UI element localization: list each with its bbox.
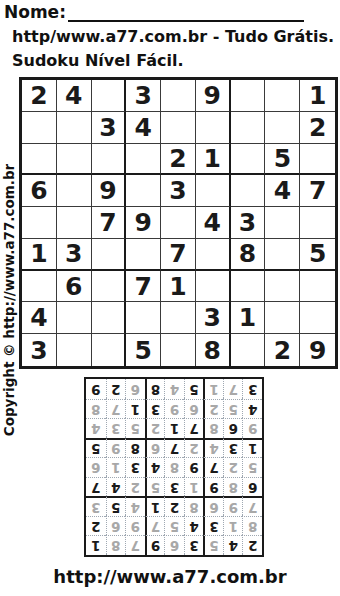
solution-cell-r9c7: 6	[125, 379, 145, 399]
puzzle-cell-r5c8[interactable]	[265, 207, 300, 239]
puzzle-cell-r6c7[interactable]: 8	[231, 239, 266, 271]
puzzle-cell-r6c3[interactable]	[92, 239, 127, 271]
solution-cell-r3c9: 3	[86, 496, 106, 516]
solution-cell-r3c3: 6	[203, 496, 223, 516]
solution-cell-r2c9: 2	[86, 516, 106, 536]
puzzle-cell-r6c2[interactable]: 3	[57, 239, 92, 271]
solution-cell-r7c3: 8	[203, 418, 223, 438]
puzzle-cell-r3c2[interactable]	[57, 144, 92, 176]
puzzle-cell-r1c8[interactable]	[265, 80, 300, 112]
solution-cell-r8c5: 9	[164, 399, 184, 419]
solution-cell-r1c3: 5	[203, 535, 223, 555]
solution-cell-r8c7: 1	[125, 399, 145, 419]
footer-url: http://www.a77.com.br	[0, 566, 340, 587]
solution-cell-r5c9: 6	[86, 457, 106, 477]
solution-cell-r9c6: 8	[145, 379, 165, 399]
solution-cell-r8c6: 3	[145, 399, 165, 419]
puzzle-cell-r7c1[interactable]	[22, 271, 57, 303]
name-blank-line[interactable]	[68, 4, 304, 22]
solution-cell-r9c4: 5	[184, 379, 204, 399]
puzzle-cell-r7c6[interactable]	[196, 271, 231, 303]
solution-cell-r5c4: 9	[184, 457, 204, 477]
solution-cell-r7c5: 1	[164, 418, 184, 438]
solution-cell-r6c2: 3	[223, 438, 243, 458]
puzzle-cell-r5c4[interactable]: 9	[126, 207, 161, 239]
solution-cell-r5c6: 4	[145, 457, 165, 477]
solution-cell-r9c2: 7	[223, 379, 243, 399]
puzzle-cell-r9c3[interactable]	[92, 334, 127, 366]
solution-cell-r6c4: 2	[184, 438, 204, 458]
puzzle-cell-r8c5[interactable]	[161, 302, 196, 334]
solution-cell-r4c8: 4	[106, 477, 126, 497]
puzzle-cell-r3c6[interactable]: 1	[196, 144, 231, 176]
solution-cell-r3c8: 5	[106, 496, 126, 516]
solution-cell-r8c2: 5	[223, 399, 243, 419]
solution-cell-r3c7: 4	[125, 496, 145, 516]
solution-cell-r4c5: 3	[164, 477, 184, 497]
solution-cell-r4c6: 5	[145, 477, 165, 497]
puzzle-cell-r9c1[interactable]: 3	[22, 334, 57, 366]
solution-cell-r6c1: 1	[242, 438, 262, 458]
puzzle-cell-r3c9[interactable]	[300, 144, 335, 176]
puzzle-cell-r8c7[interactable]: 1	[231, 302, 266, 334]
solution-key-grid: 2453697818134579627968214536891352475279…	[84, 377, 264, 557]
puzzle-cell-r6c5[interactable]: 7	[161, 239, 196, 271]
puzzle-cell-r8c8[interactable]	[265, 302, 300, 334]
puzzle-cell-r3c5[interactable]: 2	[161, 144, 196, 176]
puzzle-cell-r6c1[interactable]: 1	[22, 239, 57, 271]
solution-cell-r1c8: 8	[106, 535, 126, 555]
solution-cell-r5c3: 7	[203, 457, 223, 477]
solution-cell-r7c4: 7	[184, 418, 204, 438]
puzzle-cell-r9c8[interactable]: 2	[265, 334, 300, 366]
puzzle-cell-r2c6[interactable]	[196, 112, 231, 144]
puzzle-cell-r7c5[interactable]: 1	[161, 271, 196, 303]
name-row: Nome:	[4, 3, 304, 22]
puzzle-cell-r5c9[interactable]	[300, 207, 335, 239]
puzzle-cell-r1c1[interactable]: 2	[22, 80, 57, 112]
puzzle-cell-r6c8[interactable]	[265, 239, 300, 271]
puzzle-cell-r7c8[interactable]	[265, 271, 300, 303]
puzzle-cell-r8c9[interactable]	[300, 302, 335, 334]
solution-cell-r2c8: 6	[106, 516, 126, 536]
solution-cell-r5c1: 5	[242, 457, 262, 477]
puzzle-cell-r7c3[interactable]	[92, 271, 127, 303]
solution-cell-r1c1: 2	[242, 535, 262, 555]
solution-cell-r9c3: 1	[203, 379, 223, 399]
puzzle-cell-r1c6[interactable]: 9	[196, 80, 231, 112]
puzzle-cell-r9c5[interactable]	[161, 334, 196, 366]
puzzle-cell-r3c8[interactable]: 5	[265, 144, 300, 176]
solution-cell-r1c2: 4	[223, 535, 243, 555]
solution-cell-r2c2: 1	[223, 516, 243, 536]
puzzle-cell-r5c6[interactable]: 4	[196, 207, 231, 239]
solution-cell-r3c6: 1	[145, 496, 165, 516]
solution-cell-r9c5: 4	[164, 379, 184, 399]
solution-cell-r4c9: 7	[86, 477, 106, 497]
puzzle-cell-r8c6[interactable]: 3	[196, 302, 231, 334]
puzzle-cell-r2c9[interactable]: 2	[300, 112, 335, 144]
solution-cell-r9c9: 9	[86, 379, 106, 399]
solution-cell-r1c6: 9	[145, 535, 165, 555]
solution-cell-r1c4: 3	[184, 535, 204, 555]
solution-cell-r3c5: 2	[164, 496, 184, 516]
puzzle-cell-r8c1[interactable]: 4	[22, 302, 57, 334]
solution-cell-r6c8: 9	[106, 438, 126, 458]
solution-cell-r1c9: 1	[86, 535, 106, 555]
puzzle-cell-r4c4[interactable]	[126, 175, 161, 207]
puzzle-cell-r4c2[interactable]	[57, 175, 92, 207]
puzzle-cell-r5c1[interactable]	[22, 207, 57, 239]
solution-cell-r2c5: 5	[164, 516, 184, 536]
puzzle-cell-r5c5[interactable]	[161, 207, 196, 239]
puzzle-cell-r3c1[interactable]	[22, 144, 57, 176]
puzzle-cell-r8c2[interactable]	[57, 302, 92, 334]
puzzle-cell-r6c6[interactable]	[196, 239, 231, 271]
solution-cell-r4c1: 6	[242, 477, 262, 497]
puzzle-cell-r3c7[interactable]	[231, 144, 266, 176]
puzzle-cell-r4c3[interactable]: 9	[92, 175, 127, 207]
solution-cell-r8c9: 8	[86, 399, 106, 419]
puzzle-cell-r1c2[interactable]: 4	[57, 80, 92, 112]
puzzle-cell-r5c7[interactable]: 3	[231, 207, 266, 239]
solution-cell-r6c5: 7	[164, 438, 184, 458]
main-sudoku-grid: 243913422156934779431378567143135829	[19, 77, 338, 369]
puzzle-cell-r2c1[interactable]	[22, 112, 57, 144]
puzzle-cell-r6c9[interactable]: 5	[300, 239, 335, 271]
puzzle-cell-r1c3[interactable]	[92, 80, 127, 112]
name-label: Nome:	[4, 3, 66, 22]
puzzle-cell-r7c9[interactable]	[300, 271, 335, 303]
solution-cell-r5c7: 3	[125, 457, 145, 477]
puzzle-cell-r5c3[interactable]: 7	[92, 207, 127, 239]
solution-cell-r7c7: 5	[125, 418, 145, 438]
solution-cell-r7c1: 9	[242, 418, 262, 438]
puzzle-cell-r4c7[interactable]	[231, 175, 266, 207]
solution-cell-r2c3: 3	[203, 516, 223, 536]
puzzle-cell-r2c8[interactable]	[265, 112, 300, 144]
puzzle-cell-r4c8[interactable]: 4	[265, 175, 300, 207]
solution-cell-r5c2: 2	[223, 457, 243, 477]
puzzle-cell-r3c4[interactable]	[126, 144, 161, 176]
puzzle-cell-r8c3[interactable]	[92, 302, 127, 334]
solution-cell-r2c1: 8	[242, 516, 262, 536]
puzzle-cell-r1c9[interactable]: 1	[300, 80, 335, 112]
solution-cell-r8c3: 2	[203, 399, 223, 419]
puzzle-cell-r7c4[interactable]: 7	[126, 271, 161, 303]
puzzle-cell-r2c4[interactable]: 4	[126, 112, 161, 144]
solution-cell-r8c4: 6	[184, 399, 204, 419]
puzzle-cell-r9c9[interactable]: 9	[300, 334, 335, 366]
puzzle-cell-r1c5[interactable]	[161, 80, 196, 112]
puzzle-cell-r8c4[interactable]	[126, 302, 161, 334]
puzzle-cell-r9c4[interactable]: 5	[126, 334, 161, 366]
solution-cell-r6c7: 8	[125, 438, 145, 458]
solution-cell-r7c2: 6	[223, 418, 243, 438]
puzzle-cell-r9c2[interactable]	[57, 334, 92, 366]
puzzle-cell-r6c4[interactable]	[126, 239, 161, 271]
solution-cell-r4c2: 8	[223, 477, 243, 497]
solution-cell-r9c1: 3	[242, 379, 262, 399]
puzzle-cell-r2c2[interactable]	[57, 112, 92, 144]
puzzle-cell-r3c3[interactable]	[92, 144, 127, 176]
solution-cell-r2c6: 7	[145, 516, 165, 536]
solution-cell-r6c9: 5	[86, 438, 106, 458]
puzzle-cell-r4c5[interactable]: 3	[161, 175, 196, 207]
solution-cell-r3c4: 8	[184, 496, 204, 516]
puzzle-cell-r9c7[interactable]	[231, 334, 266, 366]
solution-cell-r4c7: 2	[125, 477, 145, 497]
solution-cell-r7c8: 3	[106, 418, 126, 438]
solution-cell-r2c4: 4	[184, 516, 204, 536]
puzzle-cell-r9c6[interactable]: 8	[196, 334, 231, 366]
solution-cell-r7c9: 4	[86, 418, 106, 438]
solution-cell-r4c4: 1	[184, 477, 204, 497]
solution-cell-r5c8: 1	[106, 457, 126, 477]
site-tagline: http/www.a77.com.br - Tudo Grátis.	[12, 27, 334, 46]
solution-cell-r1c7: 7	[125, 535, 145, 555]
puzzle-cell-r1c7[interactable]	[231, 80, 266, 112]
puzzle-cell-r7c2[interactable]: 6	[57, 271, 92, 303]
solution-cell-r8c1: 4	[242, 399, 262, 419]
solution-cell-r3c1: 7	[242, 496, 262, 516]
puzzle-cell-r2c3[interactable]: 3	[92, 112, 127, 144]
solution-cell-r4c3: 9	[203, 477, 223, 497]
puzzle-title: Sudoku Nível Fácil.	[12, 51, 184, 70]
puzzle-cell-r2c7[interactable]	[231, 112, 266, 144]
puzzle-cell-r2c5[interactable]	[161, 112, 196, 144]
sudoku-worksheet-page: Nome: http/www.a77.com.br - Tudo Grátis.…	[0, 0, 340, 596]
solution-cell-r6c3: 4	[203, 438, 223, 458]
puzzle-cell-r4c6[interactable]	[196, 175, 231, 207]
solution-cell-r9c8: 2	[106, 379, 126, 399]
puzzle-cell-r5c2[interactable]	[57, 207, 92, 239]
vertical-copyright-text: Copyright © http://www.a77.com.br	[1, 164, 17, 437]
solution-cell-r8c8: 7	[106, 399, 126, 419]
puzzle-cell-r7c7[interactable]	[231, 271, 266, 303]
puzzle-cell-r1c4[interactable]: 3	[126, 80, 161, 112]
solution-cell-r2c7: 9	[125, 516, 145, 536]
solution-cell-r1c5: 6	[164, 535, 184, 555]
puzzle-cell-r4c9[interactable]: 7	[300, 175, 335, 207]
solution-cell-r5c5: 8	[164, 457, 184, 477]
solution-cell-r3c2: 9	[223, 496, 243, 516]
puzzle-cell-r4c1[interactable]: 6	[22, 175, 57, 207]
solution-cell-r7c6: 2	[145, 418, 165, 438]
solution-cell-r6c6: 6	[145, 438, 165, 458]
